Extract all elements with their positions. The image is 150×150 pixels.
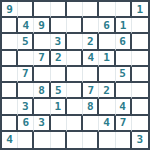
cell-r3c1[interactable] [2,34,18,50]
cell-r1c5[interactable] [67,2,83,18]
cell-r9c6[interactable] [83,132,99,148]
cell-r4c5[interactable] [67,51,83,67]
cell-r6c8[interactable] [116,83,132,99]
cell-r9c7[interactable] [99,132,115,148]
cell-r5c5[interactable] [67,67,83,83]
cell-r1c9[interactable]: 1 [132,2,148,18]
cell-r8c8[interactable]: 7 [116,116,132,132]
cell-r1c7[interactable] [99,2,115,18]
cell-r6c6[interactable]: 7 [83,83,99,99]
cell-r5c4[interactable] [51,67,67,83]
cell-r2c9[interactable] [132,18,148,34]
cell-r2c4[interactable] [51,18,67,34]
cell-r8c1[interactable] [2,116,18,132]
cell-r4c9[interactable] [132,51,148,67]
cell-r8c2[interactable]: 6 [18,116,34,132]
cell-r7c7[interactable] [99,99,115,115]
cell-r7c9[interactable] [132,99,148,115]
cell-r2c5[interactable] [67,18,83,34]
cell-r2c2[interactable]: 4 [18,18,34,34]
cell-r9c8[interactable] [116,132,132,148]
cell-r5c6[interactable] [83,67,99,83]
cell-r5c3[interactable] [34,67,50,83]
cell-r3c7[interactable] [99,34,115,50]
cell-r7c5[interactable] [67,99,83,115]
cell-r3c4[interactable]: 3 [51,34,67,50]
cell-r1c3[interactable] [34,2,50,18]
cell-r6c5[interactable] [67,83,83,99]
cell-r5c7[interactable] [99,67,115,83]
cell-r1c6[interactable] [83,2,99,18]
cell-r4c6[interactable]: 4 [83,51,99,67]
cell-r2c7[interactable]: 6 [99,18,115,34]
cell-r7c8[interactable]: 4 [116,99,132,115]
cell-r7c1[interactable] [2,99,18,115]
cell-r6c9[interactable] [132,83,148,99]
cell-r9c9[interactable]: 3 [132,132,148,148]
cell-r1c4[interactable] [51,2,67,18]
cell-r3c6[interactable]: 2 [83,34,99,50]
cell-r4c8[interactable] [116,51,132,67]
cell-r9c4[interactable] [51,132,67,148]
cell-r7c4[interactable]: 1 [51,99,67,115]
cell-r7c6[interactable]: 8 [83,99,99,115]
cell-r8c9[interactable] [132,116,148,132]
cell-r5c8[interactable]: 5 [116,67,132,83]
cell-r2c3[interactable]: 9 [34,18,50,34]
cell-r3c3[interactable] [34,34,50,50]
cell-r4c2[interactable] [18,51,34,67]
cell-r8c7[interactable]: 4 [99,116,115,132]
cell-r2c1[interactable] [2,18,18,34]
cell-r9c3[interactable] [34,132,50,148]
cell-r4c3[interactable]: 7 [34,51,50,67]
cell-r1c8[interactable] [116,2,132,18]
cell-r6c1[interactable] [2,83,18,99]
sudoku-board: 914961532672417585723184634743 [0,0,150,150]
cell-r1c1[interactable]: 9 [2,2,18,18]
cell-r4c1[interactable] [2,51,18,67]
cell-r2c8[interactable]: 1 [116,18,132,34]
cell-r8c5[interactable] [67,116,83,132]
cell-r6c3[interactable]: 8 [34,83,50,99]
cell-r4c4[interactable]: 2 [51,51,67,67]
cell-r8c3[interactable]: 3 [34,116,50,132]
cell-r8c4[interactable] [51,116,67,132]
cell-r3c5[interactable] [67,34,83,50]
cell-r6c2[interactable] [18,83,34,99]
cell-r5c1[interactable] [2,67,18,83]
cell-r5c2[interactable]: 7 [18,67,34,83]
cell-r8c6[interactable] [83,116,99,132]
cell-r2c6[interactable] [83,18,99,34]
cell-r9c5[interactable] [67,132,83,148]
cell-r6c4[interactable]: 5 [51,83,67,99]
cell-r3c2[interactable]: 5 [18,34,34,50]
cell-r7c3[interactable] [34,99,50,115]
cell-r3c9[interactable] [132,34,148,50]
cell-r7c2[interactable]: 3 [18,99,34,115]
cell-r4c7[interactable]: 1 [99,51,115,67]
cell-r5c9[interactable] [132,67,148,83]
cell-r9c2[interactable] [18,132,34,148]
cell-r3c8[interactable]: 6 [116,34,132,50]
cell-r6c7[interactable]: 2 [99,83,115,99]
cell-r1c2[interactable] [18,2,34,18]
cell-r9c1[interactable]: 4 [2,132,18,148]
